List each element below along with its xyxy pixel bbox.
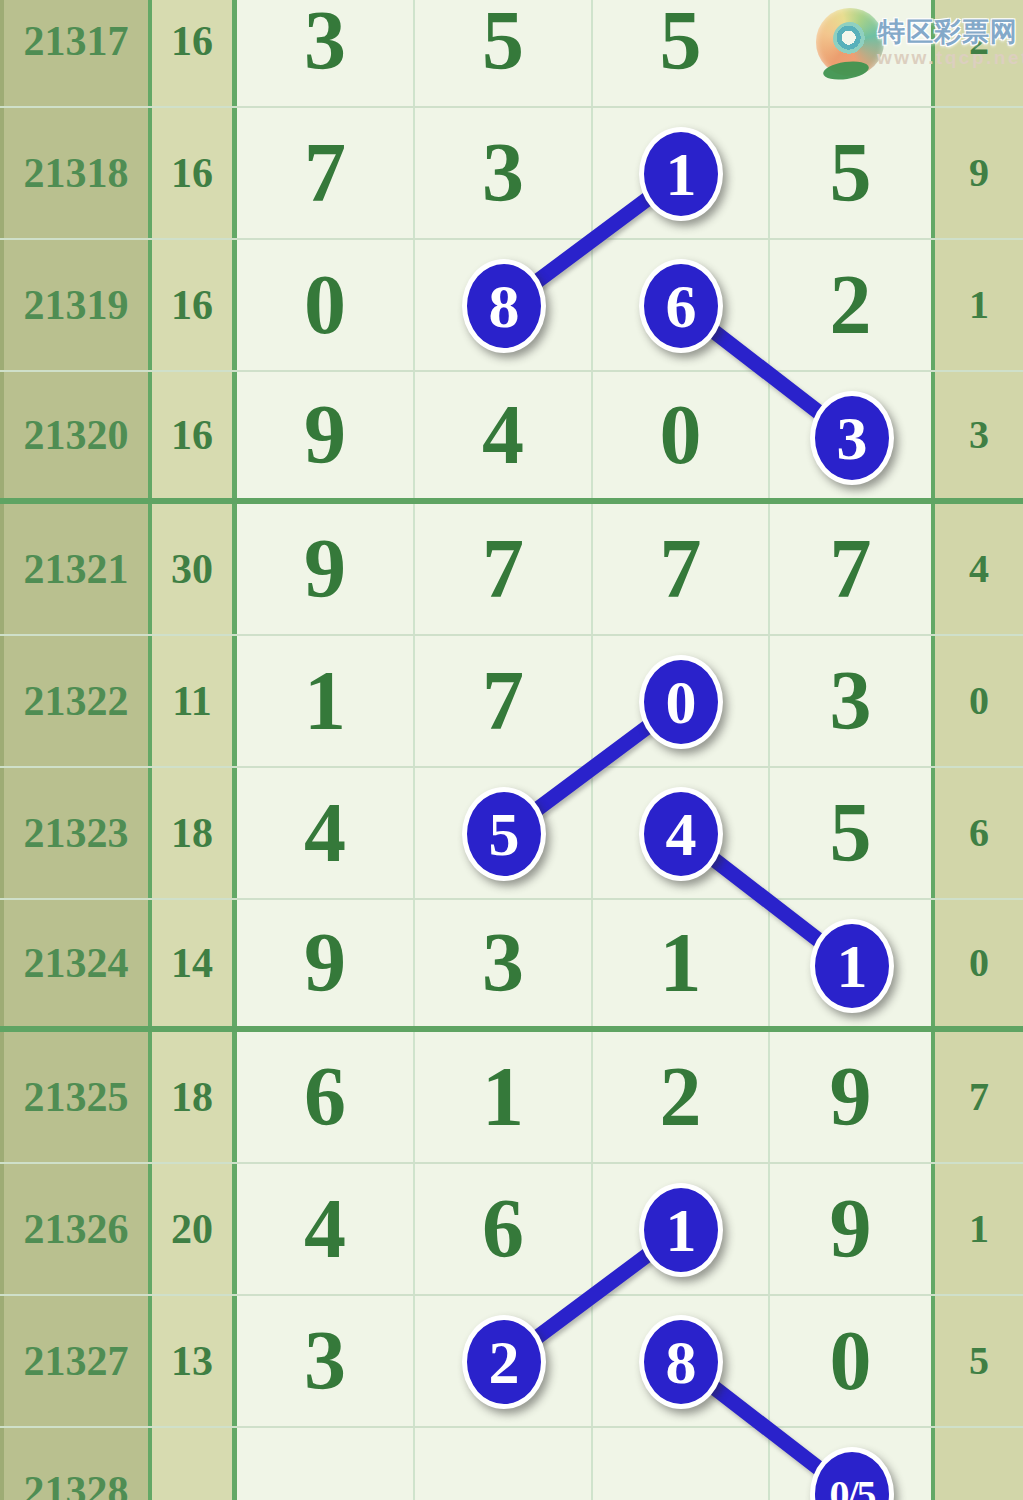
period-cell: 21325 [0,1032,152,1162]
table-row: 2132318456 [0,768,1023,900]
tail-cell: 0 [935,636,1023,766]
digit-cell [593,768,770,898]
digit-cell: 3 [237,0,415,106]
digit-cell [593,1428,770,1500]
digit-cell [415,1296,593,1426]
sum-cell: 30 [152,504,237,634]
digit-cell: 4 [237,768,415,898]
sum-cell: 11 [152,636,237,766]
digit-cell: 9 [770,1032,935,1162]
digit-cell: 7 [237,108,415,238]
site-logo[interactable]: 特区彩票网 www.tqcp.net [816,6,1023,88]
period-cell: 21328 [0,1428,152,1500]
tail-cell: 1 [935,240,1023,370]
digit-cell [593,108,770,238]
digit-cell: 0 [237,240,415,370]
digit-cell: 0 [593,372,770,498]
digit-cell [593,1296,770,1426]
period-cell: 21318 [0,108,152,238]
digit-cell: 5 [415,0,593,106]
sum-cell: 16 [152,108,237,238]
trend-table: 2131716355322131816735921319160212132016… [0,0,1023,1500]
digit-cell: 2 [593,1032,770,1162]
digit-cell: 2 [770,240,935,370]
digit-cell: 3 [415,108,593,238]
sum-cell: 18 [152,1032,237,1162]
digit-cell: 6 [237,1032,415,1162]
table-row: 21324149310 [0,900,1023,1032]
sum-cell: 13 [152,1296,237,1426]
table-row: 21320169403 [0,372,1023,504]
digit-cell: 6 [415,1164,593,1294]
digit-cell: 1 [593,900,770,1026]
digit-cell [593,1164,770,1294]
digit-cell [415,1428,593,1500]
tail-cell: 5 [935,1296,1023,1426]
table-row: 21328 [0,1428,1023,1500]
tail-cell: 4 [935,504,1023,634]
digit-cell: 4 [237,1164,415,1294]
digit-cell [593,636,770,766]
digit-cell [770,1428,935,1500]
table-row: 2131916021 [0,240,1023,372]
period-cell: 21317 [0,0,152,106]
digit-cell: 3 [415,900,593,1026]
sum-cell: 20 [152,1164,237,1294]
sum-cell: 16 [152,0,237,106]
sum-cell [152,1428,237,1500]
tail-cell: 1 [935,1164,1023,1294]
digit-cell: 7 [415,636,593,766]
tail-cell: 3 [935,372,1023,498]
digit-cell [237,1428,415,1500]
table-row: 213251861297 [0,1032,1023,1164]
digit-cell [593,240,770,370]
period-cell: 21319 [0,240,152,370]
period-cell: 21321 [0,504,152,634]
tail-cell: 7 [935,1032,1023,1162]
digit-cell: 1 [415,1032,593,1162]
logo-swirl-center [833,22,867,56]
site-name: 特区彩票网 [878,14,1018,50]
digit-cell [770,900,935,1026]
digit-cell: 7 [593,504,770,634]
digit-cell: 5 [593,0,770,106]
site-watermark: www.tqcp.net [877,47,1023,69]
table-row: 21326204691 [0,1164,1023,1296]
digit-cell: 9 [237,504,415,634]
digit-cell: 7 [415,504,593,634]
digit-cell: 3 [770,636,935,766]
digit-cell: 5 [770,768,935,898]
sum-cell: 18 [152,768,237,898]
period-cell: 21320 [0,372,152,498]
table-row: 213213097774 [0,504,1023,636]
digit-cell [415,240,593,370]
period-cell: 21324 [0,900,152,1026]
period-cell: 21326 [0,1164,152,1294]
digit-cell: 9 [237,372,415,498]
tail-cell [935,1428,1023,1500]
table-row: 21322111730 [0,636,1023,768]
period-cell: 21322 [0,636,152,766]
digit-cell: 3 [237,1296,415,1426]
digit-cell: 1 [237,636,415,766]
digit-cell: 5 [770,108,935,238]
lottery-trend-chart: 2131716355322131816735921319160212132016… [0,0,1023,1500]
digit-cell [770,372,935,498]
sum-cell: 16 [152,240,237,370]
digit-cell: 0 [770,1296,935,1426]
digit-cell [415,768,593,898]
period-cell: 21327 [0,1296,152,1426]
period-cell: 21323 [0,768,152,898]
tail-cell: 6 [935,768,1023,898]
tail-cell: 9 [935,108,1023,238]
sum-cell: 14 [152,900,237,1026]
digit-cell: 9 [770,1164,935,1294]
site-logo-icon [816,8,884,76]
table-row: 2132713305 [0,1296,1023,1428]
digit-cell: 7 [770,504,935,634]
table-row: 21318167359 [0,108,1023,240]
digit-cell: 4 [415,372,593,498]
tail-cell: 0 [935,900,1023,1026]
digit-cell: 9 [237,900,415,1026]
sum-cell: 16 [152,372,237,498]
